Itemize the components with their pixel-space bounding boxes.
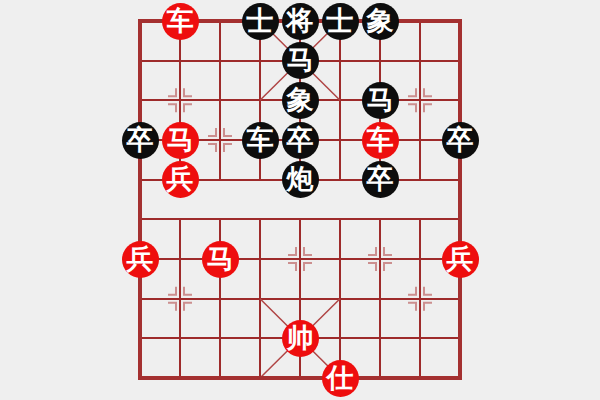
black-elephant[interactable]: 象 <box>282 82 319 119</box>
black-horse[interactable]: 马 <box>362 82 399 119</box>
black-general[interactable]: 将 <box>282 3 319 40</box>
red-chariot[interactable]: 车 <box>162 3 199 40</box>
black-horse[interactable]: 马 <box>282 42 319 79</box>
red-soldier[interactable]: 兵 <box>162 161 199 198</box>
red-soldier[interactable]: 兵 <box>442 241 479 278</box>
red-general[interactable]: 帅 <box>282 320 319 357</box>
xiangqi-board: 车士将士象马象马卒马车卒车卒兵炮卒兵马兵帅仕 <box>0 0 600 400</box>
black-soldier[interactable]: 卒 <box>122 122 159 159</box>
black-soldier[interactable]: 卒 <box>362 161 399 198</box>
black-advisor[interactable]: 士 <box>322 3 359 40</box>
red-chariot[interactable]: 车 <box>362 122 399 159</box>
red-soldier[interactable]: 兵 <box>122 241 159 278</box>
black-soldier[interactable]: 卒 <box>442 122 479 159</box>
red-horse[interactable]: 马 <box>162 122 199 159</box>
black-soldier[interactable]: 卒 <box>282 122 319 159</box>
black-elephant[interactable]: 象 <box>362 3 399 40</box>
black-cannon[interactable]: 炮 <box>282 161 319 198</box>
black-chariot[interactable]: 车 <box>242 122 279 159</box>
black-advisor[interactable]: 士 <box>242 3 279 40</box>
pieces-layer: 车士将士象马象马卒马车卒车卒兵炮卒兵马兵帅仕 <box>0 0 600 400</box>
red-horse[interactable]: 马 <box>202 241 239 278</box>
red-advisor[interactable]: 仕 <box>322 360 359 397</box>
